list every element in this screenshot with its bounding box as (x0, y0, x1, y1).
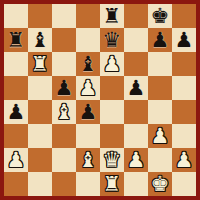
square-d7[interactable] (76, 28, 100, 52)
square-a3[interactable] (4, 124, 28, 148)
piece-black-pawn-d4[interactable]: ♟ (79, 100, 98, 124)
piece-white-pawn-f2[interactable]: ♟ (127, 148, 146, 172)
square-f8[interactable] (124, 4, 148, 28)
piece-black-pawn-h7[interactable]: ♟ (175, 28, 194, 52)
square-d1[interactable] (76, 172, 100, 196)
square-a1[interactable] (4, 172, 28, 196)
square-b1[interactable] (28, 172, 52, 196)
piece-black-pawn-f5[interactable]: ♟ (127, 76, 146, 100)
square-g8[interactable]: ♚ (148, 4, 172, 28)
square-b2[interactable] (28, 148, 52, 172)
square-d6[interactable]: ♝ (76, 52, 100, 76)
square-c1[interactable] (52, 172, 76, 196)
piece-black-bishop-b7[interactable]: ♝ (31, 28, 50, 52)
piece-black-king-g8[interactable]: ♚ (151, 4, 170, 28)
square-f1[interactable] (124, 172, 148, 196)
piece-black-pawn-a4[interactable]: ♟ (7, 100, 26, 124)
square-d4[interactable]: ♟ (76, 100, 100, 124)
square-h8[interactable] (172, 4, 196, 28)
square-c5[interactable]: ♟ (52, 76, 76, 100)
square-h5[interactable] (172, 76, 196, 100)
piece-white-pawn-e6[interactable]: ♟ (103, 52, 122, 76)
square-e5[interactable] (100, 76, 124, 100)
piece-white-bishop-c4[interactable]: ♝ (55, 100, 74, 124)
square-g4[interactable] (148, 100, 172, 124)
square-g5[interactable] (148, 76, 172, 100)
square-e6[interactable]: ♟ (100, 52, 124, 76)
square-f6[interactable] (124, 52, 148, 76)
square-b7[interactable]: ♝ (28, 28, 52, 52)
piece-black-bishop-d6[interactable]: ♝ (79, 52, 98, 76)
square-h6[interactable] (172, 52, 196, 76)
square-a4[interactable]: ♟ (4, 100, 28, 124)
square-c2[interactable] (52, 148, 76, 172)
square-g3[interactable]: ♟ (148, 124, 172, 148)
square-f4[interactable] (124, 100, 148, 124)
square-a8[interactable] (4, 4, 28, 28)
square-a5[interactable] (4, 76, 28, 100)
square-b4[interactable] (28, 100, 52, 124)
piece-black-pawn-g7[interactable]: ♟ (151, 28, 170, 52)
square-e8[interactable]: ♜ (100, 4, 124, 28)
square-b5[interactable] (28, 76, 52, 100)
square-b3[interactable] (28, 124, 52, 148)
square-b6[interactable]: ♜ (28, 52, 52, 76)
square-e1[interactable]: ♜ (100, 172, 124, 196)
square-f3[interactable] (124, 124, 148, 148)
piece-black-queen-e7[interactable]: ♛ (103, 28, 122, 52)
square-h1[interactable] (172, 172, 196, 196)
square-h3[interactable] (172, 124, 196, 148)
square-d5[interactable]: ♟ (76, 76, 100, 100)
square-g7[interactable]: ♟ (148, 28, 172, 52)
square-e2[interactable]: ♛ (100, 148, 124, 172)
square-c3[interactable] (52, 124, 76, 148)
piece-white-king-g1[interactable]: ♚ (151, 172, 170, 196)
square-d2[interactable]: ♝ (76, 148, 100, 172)
piece-white-rook-e1[interactable]: ♜ (103, 172, 122, 196)
piece-black-rook-a7[interactable]: ♜ (7, 28, 26, 52)
square-h4[interactable] (172, 100, 196, 124)
piece-white-pawn-g3[interactable]: ♟ (151, 124, 170, 148)
piece-black-rook-e8[interactable]: ♜ (103, 4, 122, 28)
square-g2[interactable] (148, 148, 172, 172)
square-f7[interactable] (124, 28, 148, 52)
piece-white-pawn-d5[interactable]: ♟ (79, 76, 98, 100)
piece-black-pawn-c5[interactable]: ♟ (55, 76, 74, 100)
square-h2[interactable]: ♟ (172, 148, 196, 172)
piece-white-bishop-d2[interactable]: ♝ (79, 148, 98, 172)
square-f5[interactable]: ♟ (124, 76, 148, 100)
square-c8[interactable] (52, 4, 76, 28)
square-g1[interactable]: ♚ (148, 172, 172, 196)
square-d8[interactable] (76, 4, 100, 28)
square-f2[interactable]: ♟ (124, 148, 148, 172)
square-b8[interactable] (28, 4, 52, 28)
square-g6[interactable] (148, 52, 172, 76)
square-d3[interactable] (76, 124, 100, 148)
square-e3[interactable] (100, 124, 124, 148)
piece-white-rook-b6[interactable]: ♜ (31, 52, 50, 76)
piece-white-pawn-h2[interactable]: ♟ (175, 148, 194, 172)
square-e4[interactable] (100, 100, 124, 124)
square-c4[interactable]: ♝ (52, 100, 76, 124)
chess-board: ♜♚♜♝♛♟♟♜♝♟♟♟♟♟♝♟♟♟♝♛♟♟♜♚ (4, 4, 196, 196)
square-a6[interactable] (4, 52, 28, 76)
square-h7[interactable]: ♟ (172, 28, 196, 52)
square-a2[interactable]: ♟ (4, 148, 28, 172)
piece-white-queen-e2[interactable]: ♛ (103, 148, 122, 172)
square-c7[interactable] (52, 28, 76, 52)
square-a7[interactable]: ♜ (4, 28, 28, 52)
square-e7[interactable]: ♛ (100, 28, 124, 52)
piece-white-pawn-a2[interactable]: ♟ (7, 148, 26, 172)
square-c6[interactable] (52, 52, 76, 76)
chess-board-frame: ♜♚♜♝♛♟♟♜♝♟♟♟♟♟♝♟♟♟♝♛♟♟♜♚ (0, 0, 200, 200)
